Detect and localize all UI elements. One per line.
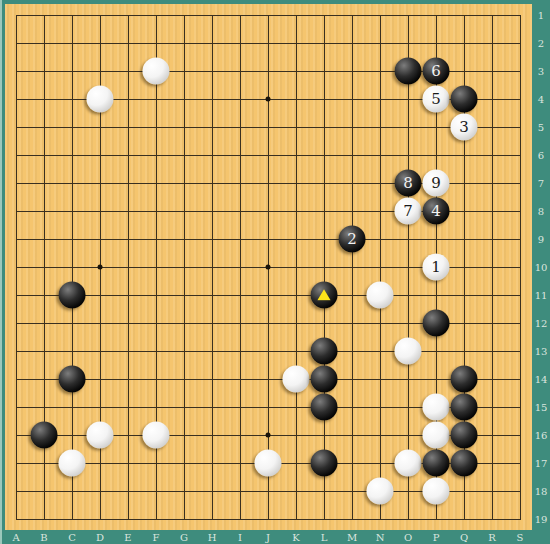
col-label: R [488,532,496,543]
row-label: 7 [533,178,549,189]
white-stone: 5 [423,86,450,113]
col-label: O [404,532,412,543]
black-stone: 6 [423,58,450,85]
row-label: 5 [533,122,549,133]
black-stone [311,282,338,309]
grid-line-vertical [520,15,521,520]
white-stone [87,86,114,113]
grid-line-vertical [324,15,325,520]
move-number: 5 [423,86,450,113]
black-stone [311,338,338,365]
row-label: 14 [533,374,549,385]
goban[interactable]: 653897421 [5,4,532,530]
grid-line-horizontal [16,519,521,520]
col-label: M [347,532,357,543]
row-label: 12 [533,318,549,329]
black-stone [423,450,450,477]
grid-line-vertical [408,15,409,520]
move-number: 6 [423,58,450,85]
black-stone [451,366,478,393]
white-stone [283,366,310,393]
white-stone [255,450,282,477]
black-stone [451,422,478,449]
black-stone [451,450,478,477]
black-stone [311,450,338,477]
white-stone [143,58,170,85]
white-stone [423,478,450,505]
white-stone: 9 [423,170,450,197]
row-label: 10 [533,262,549,273]
white-stone [423,422,450,449]
move-number: 7 [395,198,422,225]
col-label: C [68,532,76,543]
col-label: L [321,532,328,543]
black-stone [59,366,86,393]
triangle-marker [317,288,332,301]
black-stone [423,310,450,337]
row-label: 1 [533,10,549,21]
row-label: 8 [533,206,549,217]
white-stone: 1 [423,254,450,281]
black-stone [31,422,58,449]
grid-line-vertical [296,15,297,520]
col-label: B [40,532,47,543]
move-number: 3 [451,114,478,141]
col-label: S [517,532,524,543]
col-label: P [433,532,440,543]
col-label: Q [460,532,468,543]
row-label: 9 [533,234,549,245]
row-label: 13 [533,346,549,357]
grid-line-horizontal [16,351,521,352]
white-stone [395,338,422,365]
white-stone: 7 [395,198,422,225]
black-stone [395,58,422,85]
white-stone [423,394,450,421]
col-label: N [376,532,385,543]
star-point [98,265,103,270]
col-label: I [238,532,242,543]
col-label: A [12,532,19,543]
move-number: 9 [423,170,450,197]
move-number: 4 [423,198,450,225]
star-point [266,265,271,270]
white-stone [395,450,422,477]
grid-line-horizontal [16,295,521,296]
white-stone [367,282,394,309]
col-label: H [208,532,217,543]
grid-line-vertical [380,15,381,520]
star-point [266,97,271,102]
white-stone [367,478,394,505]
black-stone [59,282,86,309]
white-stone [59,450,86,477]
move-number: 8 [395,170,422,197]
row-label: 17 [533,458,549,469]
star-point [266,433,271,438]
go-board-frame: 653897421 ABCDEFGHIJKLMNOPQRS12345678910… [0,0,550,544]
grid-line-vertical [352,15,353,520]
white-stone [143,422,170,449]
grid-line-horizontal [16,379,521,380]
col-label: K [292,532,299,543]
row-label: 11 [533,290,549,301]
col-label: J [266,532,270,543]
row-label: 16 [533,430,549,441]
white-stone [87,422,114,449]
row-label: 4 [533,94,549,105]
row-label: 3 [533,66,549,77]
row-label: 2 [533,38,549,49]
black-stone [451,86,478,113]
col-label: F [153,532,160,543]
black-stone: 8 [395,170,422,197]
black-stone: 4 [423,198,450,225]
row-label: 15 [533,402,549,413]
row-label: 19 [533,514,549,525]
white-stone: 3 [451,114,478,141]
col-label: D [96,532,104,543]
col-label: E [124,532,131,543]
black-stone [311,366,338,393]
move-number: 2 [339,226,366,253]
row-label: 6 [533,150,549,161]
black-stone [451,394,478,421]
col-label: G [180,532,188,543]
row-label: 18 [533,486,549,497]
black-stone: 2 [339,226,366,253]
grid-line-vertical [492,15,493,520]
black-stone [311,394,338,421]
move-number: 1 [423,254,450,281]
